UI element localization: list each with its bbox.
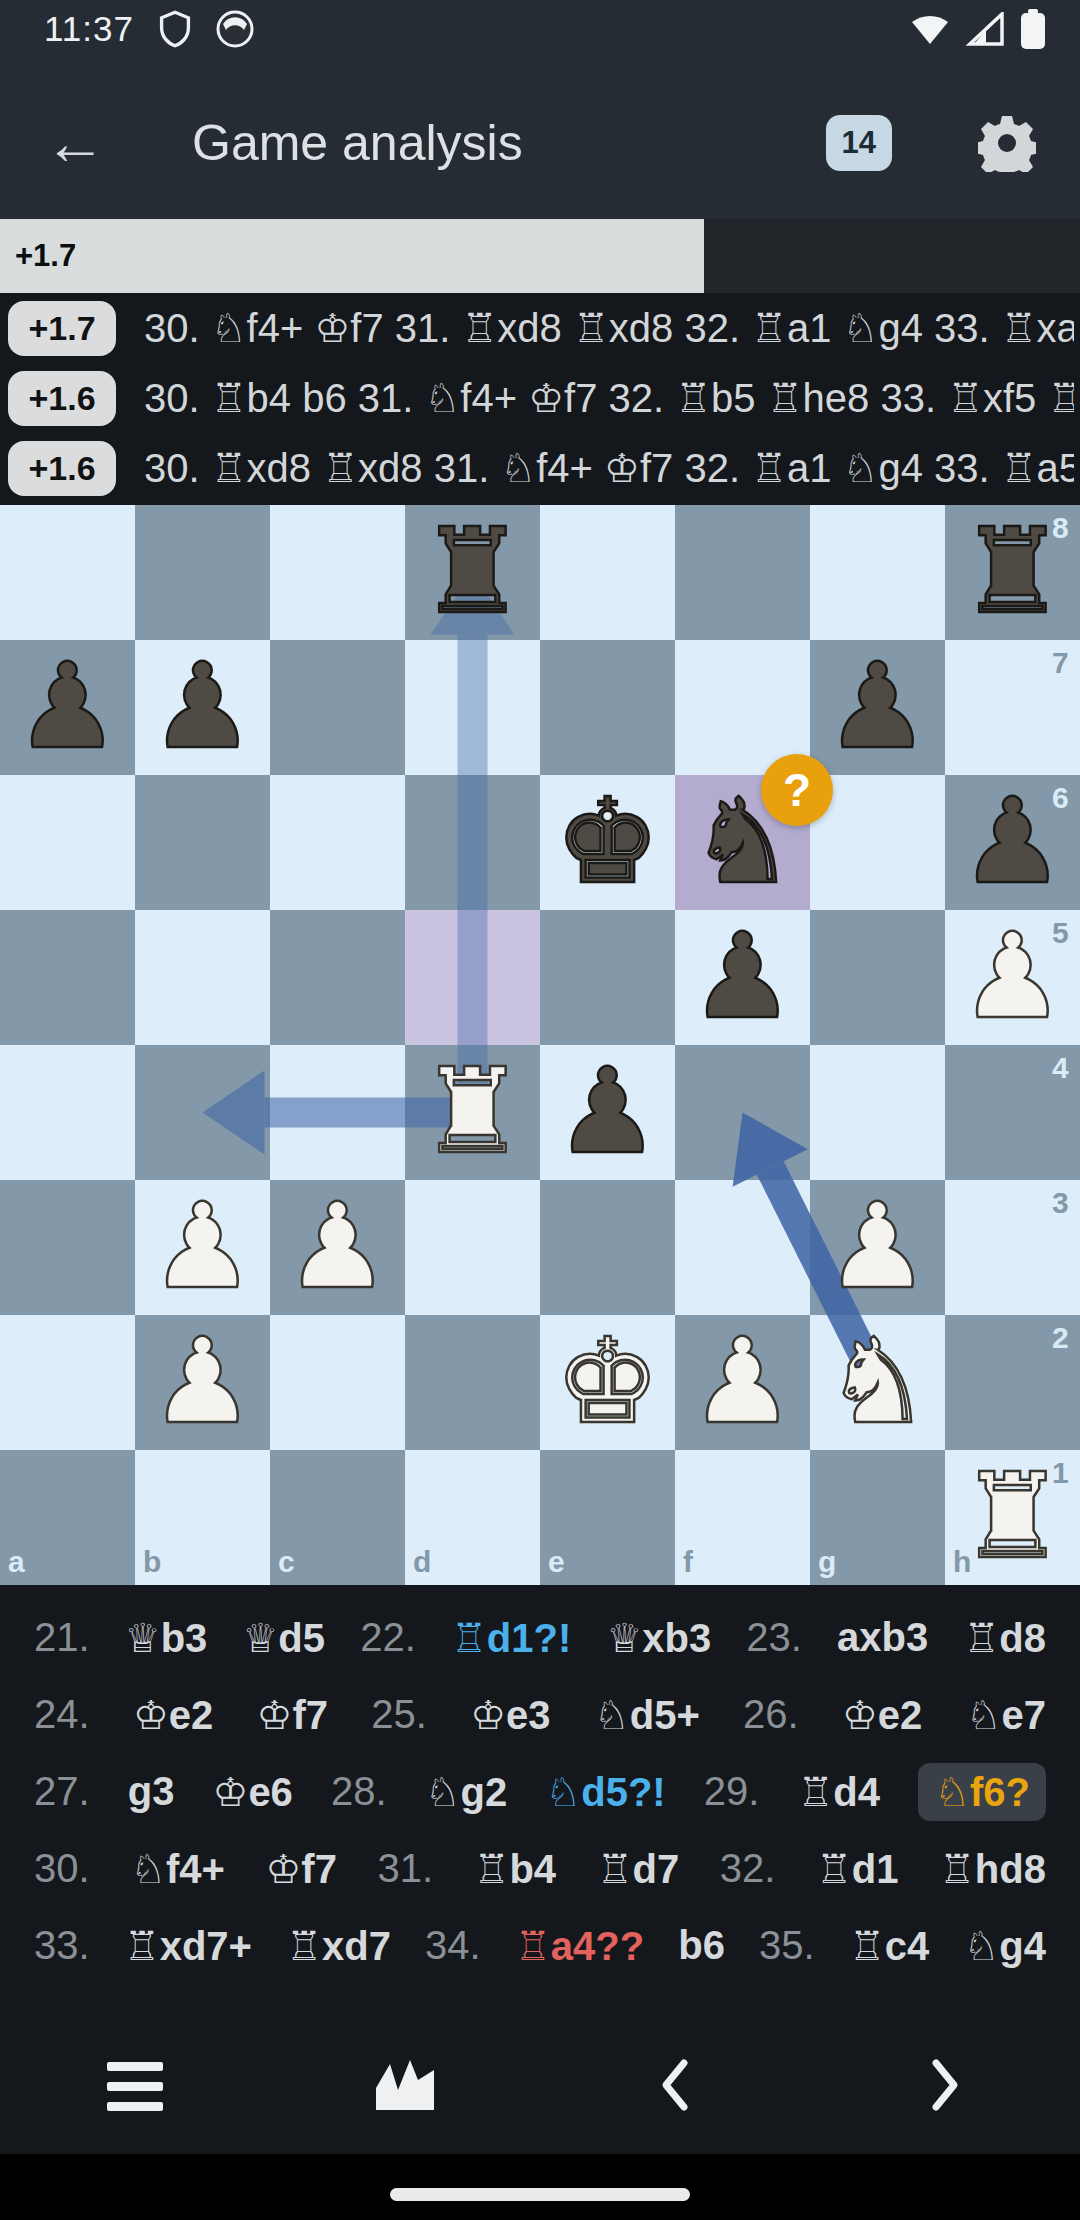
move[interactable]: ♖d1	[816, 1846, 899, 1892]
move[interactable]: ♘d5+	[594, 1692, 700, 1738]
move-list-line: 30.♘f4+♔f731.♖b4♖d732.♖d1♖hd8	[0, 1830, 1080, 1907]
current-move[interactable]: ♘f6?	[918, 1763, 1046, 1821]
move[interactable]: ♖d4	[797, 1769, 880, 1815]
white-pawn-c3[interactable]: ♟	[270, 1180, 405, 1315]
move[interactable]: b6	[678, 1923, 725, 1968]
move-list-line: 33.♖xd7+♖xd734.♖a4??b635.♖c4♘g4	[0, 1907, 1080, 1984]
move[interactable]: ♕xb3	[606, 1615, 711, 1661]
move[interactable]: ♔e2	[133, 1692, 213, 1738]
black-pawn-b7[interactable]: ♟	[135, 640, 270, 775]
move-list-line: 21.♕b3♕d522.♖d1?!♕xb323.axb3♖d8	[0, 1599, 1080, 1676]
file-label-b: b	[143, 1545, 161, 1579]
engine-line-moves: 30. ♖xd8 ♖xd8 31. ♘f4+ ♔f7 32. ♖a1 ♘g4 3…	[144, 445, 1074, 491]
next-move-button[interactable]	[918, 2047, 972, 2126]
move-number: 34.	[425, 1923, 481, 1968]
white-pawn-b2[interactable]: ♟	[135, 1315, 270, 1450]
status-bar-left: 11:37	[44, 9, 254, 49]
page-title: Game analysis	[192, 114, 826, 172]
menu-icon	[107, 2062, 163, 2111]
move-list-line: 27.g3♔e628.♘g2♘d5?!29.♖d4♘f6?	[0, 1753, 1080, 1830]
engine-line[interactable]: +1.630. ♖xd8 ♖xd8 31. ♘f4+ ♔f7 32. ♖a1 ♘…	[0, 433, 1080, 503]
file-label-f: f	[683, 1545, 693, 1579]
chess-board: ♜♜♟♟♟♚♞♟♟♟♜♟♟♟♟♟♚♟♞♜ abcdefgh87654321 ?	[0, 505, 1080, 1585]
move-number: 31.	[377, 1846, 433, 1891]
rank-label-6: 6	[1052, 781, 1069, 815]
white-king-e2[interactable]: ♚	[540, 1315, 675, 1450]
move-number: 28.	[331, 1769, 387, 1814]
move-number: 25.	[371, 1692, 427, 1737]
white-pawn-f2[interactable]: ♟	[675, 1315, 810, 1450]
move-list-line: 24.♔e2♔f725.♔e3♘d5+26.♔e2♘e7	[0, 1676, 1080, 1753]
move-number: 21.	[34, 1615, 90, 1660]
eval-badge: +1.6	[8, 371, 116, 426]
engine-line[interactable]: +1.630. ♖b4 b6 31. ♘f4+ ♔f7 32. ♖b5 ♖he8…	[0, 363, 1080, 433]
move[interactable]: ♕d5	[242, 1615, 325, 1661]
move[interactable]: ♔f7	[257, 1692, 328, 1738]
rank-label-4: 4	[1052, 1051, 1069, 1085]
engine-depth-badge[interactable]: 14	[826, 115, 892, 171]
eval-badge: +1.6	[8, 441, 116, 496]
rank-label-2: 2	[1052, 1321, 1069, 1355]
move[interactable]: ♖d8	[963, 1615, 1046, 1661]
move[interactable]: ♖b4	[474, 1846, 557, 1892]
file-label-g: g	[818, 1545, 836, 1579]
menu-button[interactable]	[97, 2052, 173, 2121]
white-knight-g2[interactable]: ♞	[810, 1315, 945, 1450]
wifi-icon	[910, 12, 950, 46]
cellular-signal-icon	[966, 12, 1004, 46]
move-number: 32.	[720, 1846, 776, 1891]
move[interactable]: ♖xd7	[286, 1923, 391, 1969]
status-bar-right	[910, 9, 1046, 49]
rank-label-5: 5	[1052, 916, 1069, 950]
move-number: 33.	[34, 1923, 90, 1968]
move-number: 27.	[34, 1769, 90, 1814]
rank-label-7: 7	[1052, 646, 1069, 680]
move[interactable]: ♘e7	[966, 1692, 1046, 1738]
app-notification-icon	[216, 10, 254, 48]
rank-label-1: 1	[1052, 1456, 1069, 1490]
file-label-d: d	[413, 1545, 431, 1579]
white-pawn-b3[interactable]: ♟	[135, 1180, 270, 1315]
gesture-area	[0, 2154, 1080, 2220]
file-label-e: e	[548, 1545, 565, 1579]
engine-line-moves: 30. ♖b4 b6 31. ♘f4+ ♔f7 32. ♖b5 ♖he8 33.…	[144, 375, 1074, 421]
bottom-toolbar	[0, 2018, 1080, 2154]
move[interactable]: ♘g2	[425, 1769, 508, 1815]
eval-bar-white-fill: +1.7	[0, 219, 704, 293]
white-pawn-g3[interactable]: ♟	[810, 1180, 945, 1315]
move[interactable]: g3	[128, 1769, 175, 1814]
engine-line-moves: 30. ♘f4+ ♔f7 31. ♖xd8 ♖xd8 32. ♖a1 ♘g4 3…	[144, 305, 1074, 351]
white-rook-d4[interactable]: ♜	[405, 1045, 540, 1180]
move[interactable]: ♖d1?!	[451, 1615, 571, 1661]
app-bar: ← Game analysis 14	[0, 78, 1080, 208]
black-rook-d8[interactable]: ♜	[405, 505, 540, 640]
move[interactable]: ♘g4	[963, 1923, 1046, 1969]
analysis-chart-button[interactable]	[364, 2048, 446, 2125]
move[interactable]: ♔e2	[842, 1692, 922, 1738]
move[interactable]: ♘f4+	[130, 1846, 225, 1892]
move-number: 22.	[360, 1615, 416, 1660]
chevron-left-icon	[658, 2057, 692, 2113]
move-list: 21.♕b3♕d522.♖d1?!♕xb323.axb3♖d824.♔e2♔f7…	[0, 1585, 1080, 2018]
black-pawn-e4[interactable]: ♟	[540, 1045, 675, 1180]
engine-line[interactable]: +1.730. ♘f4+ ♔f7 31. ♖xd8 ♖xd8 32. ♖a1 ♘…	[0, 293, 1080, 363]
back-button[interactable]: ←	[44, 112, 114, 174]
eval-value: +1.7	[0, 238, 76, 274]
move-number: 26.	[743, 1692, 799, 1737]
home-indicator[interactable]	[390, 2188, 690, 2201]
file-label-a: a	[8, 1545, 25, 1579]
eval-badge: +1.7	[8, 301, 116, 356]
status-bar: 11:37	[0, 0, 1080, 58]
settings-gear-icon[interactable]	[978, 114, 1036, 172]
black-king-e6[interactable]: ♚	[540, 775, 675, 910]
move[interactable]: ♔e6	[213, 1769, 293, 1815]
move[interactable]: axb3	[837, 1615, 928, 1660]
black-pawn-g7[interactable]: ♟	[810, 640, 945, 775]
move[interactable]: ♘d5?!	[545, 1769, 665, 1815]
chevron-right-icon	[928, 2057, 962, 2113]
move[interactable]: ♖d7	[597, 1846, 680, 1892]
dnd-shield-icon	[158, 10, 192, 48]
move-number: 24.	[34, 1692, 90, 1737]
move[interactable]: ♔e3	[470, 1692, 550, 1738]
engine-lines-panel: +1.730. ♘f4+ ♔f7 31. ♖xd8 ♖xd8 32. ♖a1 ♘…	[0, 293, 1080, 505]
move[interactable]: ♔f7	[265, 1846, 336, 1892]
move-number: 29.	[704, 1769, 760, 1814]
file-label-c: c	[278, 1545, 295, 1579]
black-pawn-f5[interactable]: ♟	[675, 910, 810, 1045]
mistake-annotation-badge: ?	[761, 754, 833, 826]
analysis-chart-icon	[374, 2058, 436, 2112]
eval-bar: +1.7	[0, 219, 1080, 293]
move[interactable]: ♕b3	[125, 1615, 208, 1661]
previous-move-button[interactable]	[648, 2047, 702, 2126]
move-number: 23.	[746, 1615, 802, 1660]
move-number: 35.	[759, 1923, 815, 1968]
battery-icon	[1020, 9, 1046, 49]
move-number: 30.	[34, 1846, 90, 1891]
move[interactable]: ♖hd8	[939, 1846, 1046, 1892]
status-time: 11:37	[44, 9, 134, 49]
move[interactable]: ♖c4	[849, 1923, 929, 1969]
move[interactable]: ♖a4??	[515, 1923, 644, 1969]
rank-label-3: 3	[1052, 1186, 1069, 1220]
rank-label-8: 8	[1052, 511, 1069, 545]
black-pawn-a7[interactable]: ♟	[0, 640, 135, 775]
file-label-h: h	[953, 1545, 971, 1579]
game-analysis-screen: 11:37	[0, 0, 1080, 2220]
move[interactable]: ♖xd7+	[124, 1923, 252, 1969]
top-chrome: 11:37	[0, 0, 1080, 219]
